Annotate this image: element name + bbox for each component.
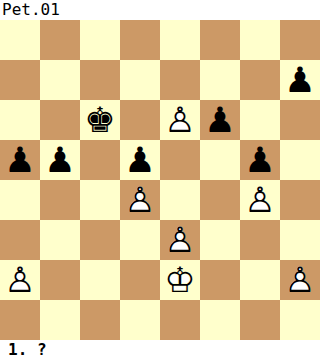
white-king-piece: ♔ bbox=[160, 260, 200, 300]
square-g7[interactable] bbox=[240, 60, 280, 100]
white-pawn-fill: ♟ bbox=[280, 260, 320, 300]
white-pawn-fill: ♟ bbox=[0, 260, 40, 300]
black-pawn-piece: ♟ bbox=[0, 140, 40, 180]
square-f3[interactable] bbox=[200, 220, 240, 260]
square-b3[interactable] bbox=[40, 220, 80, 260]
white-pawn-piece: ♙ bbox=[160, 100, 200, 140]
square-a3[interactable] bbox=[0, 220, 40, 260]
square-d8[interactable] bbox=[120, 20, 160, 60]
square-h1[interactable] bbox=[280, 300, 320, 340]
square-a5[interactable]: ♟ bbox=[0, 140, 40, 180]
square-h3[interactable] bbox=[280, 220, 320, 260]
square-a1[interactable] bbox=[0, 300, 40, 340]
square-f2[interactable] bbox=[200, 260, 240, 300]
square-f8[interactable] bbox=[200, 20, 240, 60]
square-h5[interactable] bbox=[280, 140, 320, 180]
diagram-title: Pet.01 bbox=[0, 0, 320, 20]
square-c6[interactable]: ♚ bbox=[80, 100, 120, 140]
white-pawn-fill: ♟ bbox=[160, 100, 200, 140]
chess-board: ♟♚♟♙♟♟♟♟♟♟♙♟♙♟♙♟♙♚♔♟♙ bbox=[0, 20, 320, 340]
white-pawn-fill: ♟ bbox=[240, 180, 280, 220]
square-f4[interactable] bbox=[200, 180, 240, 220]
square-e6[interactable]: ♟♙ bbox=[160, 100, 200, 140]
square-c2[interactable] bbox=[80, 260, 120, 300]
square-h7[interactable]: ♟ bbox=[280, 60, 320, 100]
square-b8[interactable] bbox=[40, 20, 80, 60]
square-a7[interactable] bbox=[0, 60, 40, 100]
white-king-fill: ♚ bbox=[160, 260, 200, 300]
black-pawn-piece: ♟ bbox=[120, 140, 160, 180]
square-g3[interactable] bbox=[240, 220, 280, 260]
square-e1[interactable] bbox=[160, 300, 200, 340]
square-a2[interactable]: ♟♙ bbox=[0, 260, 40, 300]
white-pawn-fill: ♟ bbox=[120, 180, 160, 220]
square-b5[interactable]: ♟ bbox=[40, 140, 80, 180]
square-f6[interactable]: ♟ bbox=[200, 100, 240, 140]
square-d2[interactable] bbox=[120, 260, 160, 300]
square-b1[interactable] bbox=[40, 300, 80, 340]
square-g1[interactable] bbox=[240, 300, 280, 340]
square-a8[interactable] bbox=[0, 20, 40, 60]
square-e2[interactable]: ♚♔ bbox=[160, 260, 200, 300]
square-e4[interactable] bbox=[160, 180, 200, 220]
white-pawn-piece: ♙ bbox=[120, 180, 160, 220]
square-h8[interactable] bbox=[280, 20, 320, 60]
square-d5[interactable]: ♟ bbox=[120, 140, 160, 180]
square-f5[interactable] bbox=[200, 140, 240, 180]
square-a6[interactable] bbox=[0, 100, 40, 140]
square-d4[interactable]: ♟♙ bbox=[120, 180, 160, 220]
square-g8[interactable] bbox=[240, 20, 280, 60]
square-e5[interactable] bbox=[160, 140, 200, 180]
square-b6[interactable] bbox=[40, 100, 80, 140]
black-pawn-piece: ♟ bbox=[40, 140, 80, 180]
square-g2[interactable] bbox=[240, 260, 280, 300]
square-c5[interactable] bbox=[80, 140, 120, 180]
square-d1[interactable] bbox=[120, 300, 160, 340]
square-b7[interactable] bbox=[40, 60, 80, 100]
white-pawn-fill: ♟ bbox=[160, 220, 200, 260]
black-king-piece: ♚ bbox=[80, 100, 120, 140]
square-g4[interactable]: ♟♙ bbox=[240, 180, 280, 220]
square-h2[interactable]: ♟♙ bbox=[280, 260, 320, 300]
square-h6[interactable] bbox=[280, 100, 320, 140]
white-pawn-piece: ♙ bbox=[240, 180, 280, 220]
square-h4[interactable] bbox=[280, 180, 320, 220]
square-f7[interactable] bbox=[200, 60, 240, 100]
move-prompt: 1. ? bbox=[0, 340, 320, 360]
square-e3[interactable]: ♟♙ bbox=[160, 220, 200, 260]
square-d6[interactable] bbox=[120, 100, 160, 140]
square-d7[interactable] bbox=[120, 60, 160, 100]
square-c7[interactable] bbox=[80, 60, 120, 100]
square-c4[interactable] bbox=[80, 180, 120, 220]
square-b2[interactable] bbox=[40, 260, 80, 300]
square-e8[interactable] bbox=[160, 20, 200, 60]
black-pawn-piece: ♟ bbox=[280, 60, 320, 100]
square-c8[interactable] bbox=[80, 20, 120, 60]
black-pawn-piece: ♟ bbox=[200, 100, 240, 140]
square-a4[interactable] bbox=[0, 180, 40, 220]
square-e7[interactable] bbox=[160, 60, 200, 100]
black-pawn-piece: ♟ bbox=[240, 140, 280, 180]
square-g6[interactable] bbox=[240, 100, 280, 140]
square-c3[interactable] bbox=[80, 220, 120, 260]
square-b4[interactable] bbox=[40, 180, 80, 220]
square-d3[interactable] bbox=[120, 220, 160, 260]
white-pawn-piece: ♙ bbox=[160, 220, 200, 260]
white-pawn-piece: ♙ bbox=[0, 260, 40, 300]
square-g5[interactable]: ♟ bbox=[240, 140, 280, 180]
white-pawn-piece: ♙ bbox=[280, 260, 320, 300]
square-f1[interactable] bbox=[200, 300, 240, 340]
square-c1[interactable] bbox=[80, 300, 120, 340]
